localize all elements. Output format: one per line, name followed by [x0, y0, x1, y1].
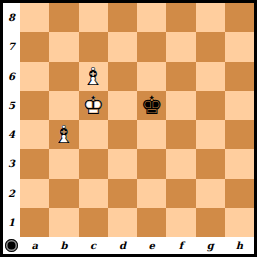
square-a7[interactable]: [20, 32, 49, 61]
file-label-b: b: [49, 237, 78, 254]
square-g2[interactable]: [196, 179, 225, 208]
black-to-move-indicator: [5, 239, 18, 252]
square-f4[interactable]: [166, 120, 195, 149]
square-f7[interactable]: [166, 32, 195, 61]
square-h4[interactable]: [225, 120, 254, 149]
file-label-c: c: [79, 237, 108, 254]
black-king-glyph: ♚: [137, 91, 166, 120]
square-c6[interactable]: ♝♗: [79, 62, 108, 91]
square-d7[interactable]: [108, 32, 137, 61]
square-e4[interactable]: [137, 120, 166, 149]
square-h3[interactable]: [225, 149, 254, 178]
square-a3[interactable]: [20, 149, 49, 178]
square-e1[interactable]: [137, 208, 166, 237]
square-e2[interactable]: [137, 179, 166, 208]
square-h7[interactable]: [225, 32, 254, 61]
rank-label-3: 3: [3, 149, 20, 178]
square-b5[interactable]: [49, 91, 78, 120]
square-g4[interactable]: [196, 120, 225, 149]
rank-label-8: 8: [3, 3, 20, 32]
corner-cell: [3, 237, 20, 254]
square-c1[interactable]: [79, 208, 108, 237]
square-f1[interactable]: [166, 208, 195, 237]
square-f3[interactable]: [166, 149, 195, 178]
square-d1[interactable]: [108, 208, 137, 237]
square-e7[interactable]: [137, 32, 166, 61]
square-a6[interactable]: [20, 62, 49, 91]
square-f6[interactable]: [166, 62, 195, 91]
square-g3[interactable]: [196, 149, 225, 178]
square-a4[interactable]: [20, 120, 49, 149]
square-b7[interactable]: [49, 32, 78, 61]
square-a2[interactable]: [20, 179, 49, 208]
square-d8[interactable]: [108, 3, 137, 32]
white-king[interactable]: ♚♔: [79, 91, 108, 120]
square-g7[interactable]: [196, 32, 225, 61]
square-b1[interactable]: [49, 208, 78, 237]
diagram-inner: 87654321 ♝♗♚♔♚♝♗ abcdefgh: [3, 3, 254, 254]
square-h8[interactable]: [225, 3, 254, 32]
file-labels: abcdefgh: [20, 237, 254, 254]
square-d2[interactable]: [108, 179, 137, 208]
square-g1[interactable]: [196, 208, 225, 237]
square-e6[interactable]: [137, 62, 166, 91]
file-label-g: g: [196, 237, 225, 254]
square-c7[interactable]: [79, 32, 108, 61]
file-label-f: f: [166, 237, 195, 254]
square-h2[interactable]: [225, 179, 254, 208]
chess-diagram: 87654321 ♝♗♚♔♚♝♗ abcdefgh: [0, 0, 257, 257]
file-label-e: e: [137, 237, 166, 254]
file-label-d: d: [108, 237, 137, 254]
square-d4[interactable]: [108, 120, 137, 149]
white-bishop[interactable]: ♝♗: [79, 62, 108, 91]
square-f8[interactable]: [166, 3, 195, 32]
rank-label-5: 5: [3, 91, 20, 120]
rank-label-2: 2: [3, 179, 20, 208]
square-c3[interactable]: [79, 149, 108, 178]
rank-label-6: 6: [3, 62, 20, 91]
square-d6[interactable]: [108, 62, 137, 91]
square-e5[interactable]: ♚: [137, 91, 166, 120]
square-f5[interactable]: [166, 91, 195, 120]
white-bishop-glyph: ♗: [79, 62, 108, 91]
square-h6[interactable]: [225, 62, 254, 91]
square-d3[interactable]: [108, 149, 137, 178]
rank-label-7: 7: [3, 32, 20, 61]
square-b6[interactable]: [49, 62, 78, 91]
chess-board: ♝♗♚♔♚♝♗: [20, 3, 254, 237]
square-f2[interactable]: [166, 179, 195, 208]
square-c8[interactable]: [79, 3, 108, 32]
white-bishop-glyph: ♗: [49, 120, 78, 149]
rank-labels: 87654321: [3, 3, 20, 237]
square-b2[interactable]: [49, 179, 78, 208]
square-h1[interactable]: [225, 208, 254, 237]
square-b8[interactable]: [49, 3, 78, 32]
square-c4[interactable]: [79, 120, 108, 149]
square-b4[interactable]: ♝♗: [49, 120, 78, 149]
square-a1[interactable]: [20, 208, 49, 237]
rank-label-4: 4: [3, 120, 20, 149]
white-king-glyph: ♔: [79, 91, 108, 120]
square-g8[interactable]: [196, 3, 225, 32]
square-h5[interactable]: [225, 91, 254, 120]
black-king[interactable]: ♚: [137, 91, 166, 120]
square-a8[interactable]: [20, 3, 49, 32]
file-label-a: a: [20, 237, 49, 254]
white-bishop[interactable]: ♝♗: [49, 120, 78, 149]
square-b3[interactable]: [49, 149, 78, 178]
square-e3[interactable]: [137, 149, 166, 178]
square-c2[interactable]: [79, 179, 108, 208]
square-d5[interactable]: [108, 91, 137, 120]
square-g5[interactable]: [196, 91, 225, 120]
square-c5[interactable]: ♚♔: [79, 91, 108, 120]
square-g6[interactable]: [196, 62, 225, 91]
square-a5[interactable]: [20, 91, 49, 120]
file-label-h: h: [225, 237, 254, 254]
rank-label-1: 1: [3, 208, 20, 237]
square-e8[interactable]: [137, 3, 166, 32]
